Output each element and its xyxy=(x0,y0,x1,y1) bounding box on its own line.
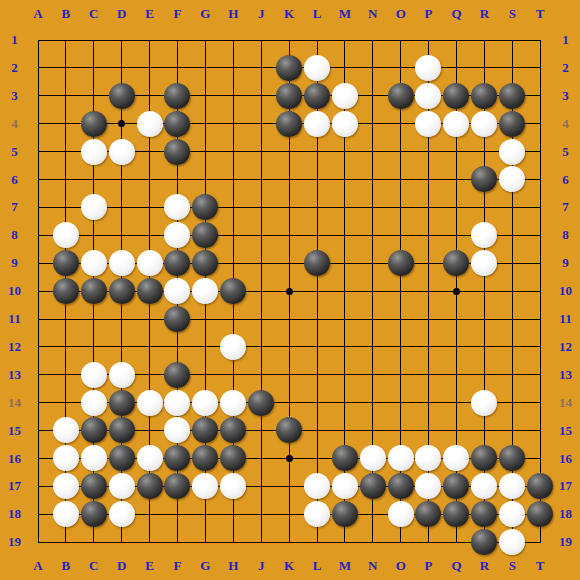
intersection[interactable] xyxy=(359,221,387,249)
intersection[interactable] xyxy=(80,82,108,110)
intersection[interactable] xyxy=(24,305,52,333)
intersection[interactable] xyxy=(415,277,443,305)
intersection[interactable] xyxy=(136,389,164,417)
intersection[interactable] xyxy=(526,54,554,82)
intersection[interactable] xyxy=(331,138,359,166)
intersection[interactable] xyxy=(136,166,164,194)
intersection[interactable] xyxy=(442,26,470,54)
intersection[interactable] xyxy=(80,528,108,556)
intersection[interactable] xyxy=(415,333,443,361)
intersection[interactable] xyxy=(442,249,470,277)
intersection[interactable] xyxy=(359,54,387,82)
intersection[interactable] xyxy=(331,305,359,333)
intersection[interactable] xyxy=(331,193,359,221)
intersection[interactable] xyxy=(136,528,164,556)
intersection[interactable] xyxy=(80,417,108,445)
intersection[interactable] xyxy=(24,221,52,249)
intersection[interactable] xyxy=(164,472,192,500)
intersection[interactable] xyxy=(52,333,80,361)
intersection[interactable] xyxy=(24,166,52,194)
intersection[interactable] xyxy=(219,444,247,472)
intersection[interactable] xyxy=(80,166,108,194)
intersection[interactable] xyxy=(275,528,303,556)
intersection[interactable] xyxy=(247,305,275,333)
intersection[interactable] xyxy=(442,389,470,417)
intersection[interactable] xyxy=(303,54,331,82)
intersection[interactable] xyxy=(498,249,526,277)
intersection[interactable] xyxy=(498,193,526,221)
intersection[interactable] xyxy=(359,82,387,110)
intersection[interactable] xyxy=(80,249,108,277)
intersection[interactable] xyxy=(415,221,443,249)
intersection[interactable] xyxy=(526,305,554,333)
intersection[interactable] xyxy=(275,444,303,472)
intersection[interactable] xyxy=(526,249,554,277)
intersection[interactable] xyxy=(136,249,164,277)
intersection[interactable] xyxy=(219,166,247,194)
intersection[interactable] xyxy=(80,54,108,82)
intersection[interactable] xyxy=(136,221,164,249)
intersection[interactable] xyxy=(387,333,415,361)
intersection[interactable] xyxy=(526,277,554,305)
intersection[interactable] xyxy=(219,138,247,166)
intersection[interactable] xyxy=(52,444,80,472)
intersection[interactable] xyxy=(275,82,303,110)
intersection[interactable] xyxy=(359,110,387,138)
intersection[interactable] xyxy=(415,110,443,138)
intersection[interactable] xyxy=(136,26,164,54)
intersection[interactable] xyxy=(80,389,108,417)
intersection[interactable] xyxy=(219,472,247,500)
intersection[interactable] xyxy=(359,305,387,333)
intersection[interactable] xyxy=(526,166,554,194)
intersection[interactable] xyxy=(442,193,470,221)
intersection[interactable] xyxy=(470,417,498,445)
intersection[interactable] xyxy=(470,277,498,305)
intersection[interactable] xyxy=(247,277,275,305)
intersection[interactable] xyxy=(108,110,136,138)
intersection[interactable] xyxy=(275,221,303,249)
intersection[interactable] xyxy=(387,166,415,194)
intersection[interactable] xyxy=(387,221,415,249)
intersection[interactable] xyxy=(498,389,526,417)
intersection[interactable] xyxy=(108,444,136,472)
intersection[interactable] xyxy=(470,82,498,110)
intersection[interactable] xyxy=(415,193,443,221)
intersection[interactable] xyxy=(498,138,526,166)
intersection[interactable] xyxy=(136,333,164,361)
intersection[interactable] xyxy=(415,472,443,500)
intersection[interactable] xyxy=(52,54,80,82)
intersection[interactable] xyxy=(275,277,303,305)
intersection[interactable] xyxy=(303,166,331,194)
intersection[interactable] xyxy=(24,333,52,361)
intersection[interactable] xyxy=(80,361,108,389)
intersection[interactable] xyxy=(498,110,526,138)
intersection[interactable] xyxy=(415,389,443,417)
intersection[interactable] xyxy=(191,361,219,389)
intersection[interactable] xyxy=(136,54,164,82)
intersection[interactable] xyxy=(498,361,526,389)
intersection[interactable] xyxy=(387,277,415,305)
intersection[interactable] xyxy=(247,444,275,472)
intersection[interactable] xyxy=(442,305,470,333)
intersection[interactable] xyxy=(219,221,247,249)
intersection[interactable] xyxy=(164,193,192,221)
intersection[interactable] xyxy=(442,221,470,249)
intersection[interactable] xyxy=(415,54,443,82)
intersection[interactable] xyxy=(164,54,192,82)
intersection[interactable] xyxy=(442,500,470,528)
intersection[interactable] xyxy=(526,389,554,417)
intersection[interactable] xyxy=(359,193,387,221)
intersection[interactable] xyxy=(498,26,526,54)
intersection[interactable] xyxy=(80,26,108,54)
intersection[interactable] xyxy=(331,472,359,500)
intersection[interactable] xyxy=(219,277,247,305)
intersection[interactable] xyxy=(415,528,443,556)
intersection[interactable] xyxy=(387,26,415,54)
intersection[interactable] xyxy=(415,361,443,389)
intersection[interactable] xyxy=(24,193,52,221)
intersection[interactable] xyxy=(136,305,164,333)
intersection[interactable] xyxy=(470,528,498,556)
intersection[interactable] xyxy=(470,305,498,333)
intersection[interactable] xyxy=(164,138,192,166)
intersection[interactable] xyxy=(275,305,303,333)
intersection[interactable] xyxy=(219,500,247,528)
intersection[interactable] xyxy=(526,138,554,166)
intersection[interactable] xyxy=(387,305,415,333)
intersection[interactable] xyxy=(191,54,219,82)
intersection[interactable] xyxy=(415,249,443,277)
intersection[interactable] xyxy=(331,82,359,110)
intersection[interactable] xyxy=(526,444,554,472)
intersection[interactable] xyxy=(24,444,52,472)
intersection[interactable] xyxy=(247,110,275,138)
intersection[interactable] xyxy=(498,166,526,194)
intersection[interactable] xyxy=(108,54,136,82)
intersection[interactable] xyxy=(108,333,136,361)
intersection[interactable] xyxy=(108,249,136,277)
intersection[interactable] xyxy=(247,54,275,82)
intersection[interactable] xyxy=(415,305,443,333)
intersection[interactable] xyxy=(526,193,554,221)
intersection[interactable] xyxy=(415,166,443,194)
intersection[interactable] xyxy=(415,138,443,166)
intersection[interactable] xyxy=(303,444,331,472)
intersection[interactable] xyxy=(164,82,192,110)
intersection[interactable] xyxy=(442,444,470,472)
intersection[interactable] xyxy=(136,138,164,166)
intersection[interactable] xyxy=(52,361,80,389)
intersection[interactable] xyxy=(526,361,554,389)
intersection[interactable] xyxy=(303,110,331,138)
intersection[interactable] xyxy=(52,472,80,500)
intersection[interactable] xyxy=(275,472,303,500)
intersection[interactable] xyxy=(108,221,136,249)
intersection[interactable] xyxy=(359,277,387,305)
intersection[interactable] xyxy=(108,138,136,166)
intersection[interactable] xyxy=(387,389,415,417)
intersection[interactable] xyxy=(331,333,359,361)
intersection[interactable] xyxy=(164,528,192,556)
intersection[interactable] xyxy=(387,444,415,472)
intersection[interactable] xyxy=(470,193,498,221)
intersection[interactable] xyxy=(164,305,192,333)
intersection[interactable] xyxy=(498,305,526,333)
intersection[interactable] xyxy=(136,82,164,110)
intersection[interactable] xyxy=(136,444,164,472)
intersection[interactable] xyxy=(247,221,275,249)
intersection[interactable] xyxy=(526,528,554,556)
intersection[interactable] xyxy=(303,500,331,528)
intersection[interactable] xyxy=(219,305,247,333)
intersection[interactable] xyxy=(24,26,52,54)
intersection[interactable] xyxy=(470,138,498,166)
intersection[interactable] xyxy=(359,166,387,194)
intersection[interactable] xyxy=(191,26,219,54)
intersection[interactable] xyxy=(24,110,52,138)
intersection[interactable] xyxy=(387,82,415,110)
intersection[interactable] xyxy=(275,500,303,528)
intersection[interactable] xyxy=(387,249,415,277)
intersection[interactable] xyxy=(247,500,275,528)
intersection[interactable] xyxy=(275,389,303,417)
intersection[interactable] xyxy=(359,417,387,445)
intersection[interactable] xyxy=(164,26,192,54)
intersection[interactable] xyxy=(442,361,470,389)
intersection[interactable] xyxy=(442,82,470,110)
intersection[interactable] xyxy=(219,417,247,445)
intersection[interactable] xyxy=(164,333,192,361)
intersection[interactable] xyxy=(247,417,275,445)
intersection[interactable] xyxy=(470,444,498,472)
intersection[interactable] xyxy=(470,166,498,194)
intersection[interactable] xyxy=(470,500,498,528)
intersection[interactable] xyxy=(387,110,415,138)
intersection[interactable] xyxy=(359,138,387,166)
intersection[interactable] xyxy=(164,277,192,305)
intersection[interactable] xyxy=(24,82,52,110)
intersection[interactable] xyxy=(24,54,52,82)
intersection[interactable] xyxy=(359,472,387,500)
intersection[interactable] xyxy=(470,110,498,138)
intersection[interactable] xyxy=(164,417,192,445)
intersection[interactable] xyxy=(164,221,192,249)
intersection[interactable] xyxy=(80,277,108,305)
intersection[interactable] xyxy=(387,361,415,389)
intersection[interactable] xyxy=(52,389,80,417)
intersection[interactable] xyxy=(80,472,108,500)
intersection[interactable] xyxy=(331,54,359,82)
intersection[interactable] xyxy=(247,389,275,417)
intersection[interactable] xyxy=(331,166,359,194)
intersection[interactable] xyxy=(52,221,80,249)
intersection[interactable] xyxy=(219,249,247,277)
intersection[interactable] xyxy=(191,277,219,305)
intersection[interactable] xyxy=(498,333,526,361)
intersection[interactable] xyxy=(191,500,219,528)
intersection[interactable] xyxy=(24,389,52,417)
intersection[interactable] xyxy=(136,277,164,305)
intersection[interactable] xyxy=(331,528,359,556)
intersection[interactable] xyxy=(136,500,164,528)
intersection[interactable] xyxy=(359,249,387,277)
intersection[interactable] xyxy=(303,472,331,500)
intersection[interactable] xyxy=(387,500,415,528)
intersection[interactable] xyxy=(303,528,331,556)
intersection[interactable] xyxy=(164,110,192,138)
intersection[interactable] xyxy=(415,26,443,54)
intersection[interactable] xyxy=(24,249,52,277)
intersection[interactable] xyxy=(80,444,108,472)
intersection[interactable] xyxy=(164,361,192,389)
intersection[interactable] xyxy=(331,417,359,445)
intersection[interactable] xyxy=(24,277,52,305)
intersection[interactable] xyxy=(331,389,359,417)
intersection[interactable] xyxy=(470,361,498,389)
intersection[interactable] xyxy=(498,277,526,305)
intersection[interactable] xyxy=(164,166,192,194)
intersection[interactable] xyxy=(191,166,219,194)
intersection[interactable] xyxy=(52,82,80,110)
intersection[interactable] xyxy=(108,389,136,417)
intersection[interactable] xyxy=(136,110,164,138)
intersection[interactable] xyxy=(415,417,443,445)
intersection[interactable] xyxy=(470,26,498,54)
intersection[interactable] xyxy=(359,444,387,472)
intersection[interactable] xyxy=(247,82,275,110)
intersection[interactable] xyxy=(191,305,219,333)
intersection[interactable] xyxy=(331,444,359,472)
intersection[interactable] xyxy=(52,277,80,305)
intersection[interactable] xyxy=(247,528,275,556)
intersection[interactable] xyxy=(275,110,303,138)
intersection[interactable] xyxy=(52,305,80,333)
intersection[interactable] xyxy=(303,361,331,389)
intersection[interactable] xyxy=(80,333,108,361)
intersection[interactable] xyxy=(303,26,331,54)
intersection[interactable] xyxy=(442,110,470,138)
intersection[interactable] xyxy=(80,500,108,528)
intersection[interactable] xyxy=(191,472,219,500)
intersection[interactable] xyxy=(191,110,219,138)
intersection[interactable] xyxy=(526,417,554,445)
intersection[interactable] xyxy=(219,389,247,417)
intersection[interactable] xyxy=(80,138,108,166)
intersection[interactable] xyxy=(498,528,526,556)
intersection[interactable] xyxy=(108,193,136,221)
intersection[interactable] xyxy=(470,221,498,249)
intersection[interactable] xyxy=(52,138,80,166)
intersection[interactable] xyxy=(80,110,108,138)
intersection[interactable] xyxy=(219,82,247,110)
intersection[interactable] xyxy=(247,472,275,500)
intersection[interactable] xyxy=(219,361,247,389)
intersection[interactable] xyxy=(24,361,52,389)
intersection[interactable] xyxy=(303,193,331,221)
intersection[interactable] xyxy=(470,389,498,417)
intersection[interactable] xyxy=(219,193,247,221)
intersection[interactable] xyxy=(331,249,359,277)
intersection[interactable] xyxy=(52,110,80,138)
intersection[interactable] xyxy=(191,333,219,361)
intersection[interactable] xyxy=(498,82,526,110)
intersection[interactable] xyxy=(275,26,303,54)
intersection[interactable] xyxy=(24,528,52,556)
intersection[interactable] xyxy=(303,389,331,417)
intersection[interactable] xyxy=(303,82,331,110)
intersection[interactable] xyxy=(498,472,526,500)
intersection[interactable] xyxy=(52,417,80,445)
intersection[interactable] xyxy=(108,528,136,556)
intersection[interactable] xyxy=(108,166,136,194)
intersection[interactable] xyxy=(164,249,192,277)
intersection[interactable] xyxy=(303,333,331,361)
intersection[interactable] xyxy=(526,110,554,138)
intersection[interactable] xyxy=(80,221,108,249)
intersection[interactable] xyxy=(108,277,136,305)
intersection[interactable] xyxy=(442,472,470,500)
intersection[interactable] xyxy=(52,193,80,221)
intersection[interactable] xyxy=(526,82,554,110)
intersection[interactable] xyxy=(191,249,219,277)
intersection[interactable] xyxy=(442,333,470,361)
intersection[interactable] xyxy=(359,500,387,528)
intersection[interactable] xyxy=(275,166,303,194)
intersection[interactable] xyxy=(108,500,136,528)
intersection[interactable] xyxy=(80,305,108,333)
intersection[interactable] xyxy=(247,249,275,277)
intersection[interactable] xyxy=(191,389,219,417)
intersection[interactable] xyxy=(331,277,359,305)
intersection[interactable] xyxy=(275,138,303,166)
intersection[interactable] xyxy=(303,277,331,305)
intersection[interactable] xyxy=(52,249,80,277)
intersection[interactable] xyxy=(470,472,498,500)
intersection[interactable] xyxy=(526,500,554,528)
intersection[interactable] xyxy=(247,361,275,389)
intersection[interactable] xyxy=(498,54,526,82)
intersection[interactable] xyxy=(331,221,359,249)
intersection[interactable] xyxy=(24,138,52,166)
intersection[interactable] xyxy=(108,82,136,110)
intersection[interactable] xyxy=(275,333,303,361)
intersection[interactable] xyxy=(164,389,192,417)
intersection[interactable] xyxy=(498,221,526,249)
intersection[interactable] xyxy=(108,361,136,389)
intersection[interactable] xyxy=(331,110,359,138)
intersection[interactable] xyxy=(526,472,554,500)
intersection[interactable] xyxy=(52,26,80,54)
intersection[interactable] xyxy=(415,500,443,528)
intersection[interactable] xyxy=(191,444,219,472)
intersection[interactable] xyxy=(275,417,303,445)
intersection[interactable] xyxy=(52,500,80,528)
intersection[interactable] xyxy=(136,361,164,389)
intersection[interactable] xyxy=(387,472,415,500)
intersection[interactable] xyxy=(331,26,359,54)
intersection[interactable] xyxy=(108,305,136,333)
intersection[interactable] xyxy=(470,333,498,361)
intersection[interactable] xyxy=(191,82,219,110)
intersection[interactable] xyxy=(303,417,331,445)
intersection[interactable] xyxy=(387,138,415,166)
intersection[interactable] xyxy=(219,333,247,361)
intersection[interactable] xyxy=(219,528,247,556)
intersection[interactable] xyxy=(303,305,331,333)
